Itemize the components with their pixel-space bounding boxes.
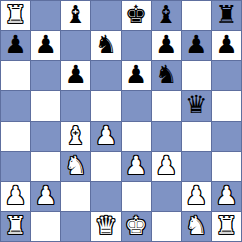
square-g3[interactable]: [182, 152, 211, 181]
piece-white-bishop: ♝: [65, 123, 87, 148]
square-b8[interactable]: [31, 1, 60, 30]
square-h3[interactable]: [212, 152, 241, 181]
square-d8[interactable]: [91, 1, 120, 30]
square-b6[interactable]: [31, 61, 60, 90]
square-f3[interactable]: ♟: [152, 152, 181, 181]
square-b4[interactable]: [31, 122, 60, 151]
square-g4[interactable]: [182, 122, 211, 151]
square-e2[interactable]: [122, 182, 151, 211]
square-f7[interactable]: ♟: [152, 31, 181, 60]
square-d3[interactable]: [91, 152, 120, 181]
square-g5[interactable]: ♛: [182, 91, 211, 120]
square-g7[interactable]: ♟: [182, 31, 211, 60]
square-c2[interactable]: [61, 182, 90, 211]
piece-white-rook: ♜: [215, 213, 237, 238]
square-h6[interactable]: [212, 61, 241, 90]
square-f8[interactable]: ♝: [152, 1, 181, 30]
piece-white-pawn: ♟: [155, 153, 177, 178]
piece-white-rook: ♜: [4, 213, 26, 238]
square-c7[interactable]: [61, 31, 90, 60]
piece-black-bishop: ♝: [65, 2, 87, 27]
square-b5[interactable]: [31, 91, 60, 120]
square-h4[interactable]: [212, 122, 241, 151]
square-f5[interactable]: [152, 91, 181, 120]
square-g1[interactable]: ♞: [182, 212, 211, 241]
square-c5[interactable]: [61, 91, 90, 120]
square-e6[interactable]: ♟: [122, 61, 151, 90]
piece-black-pawn: ♟: [215, 32, 237, 57]
piece-black-pawn: ♟: [125, 62, 147, 87]
square-b7[interactable]: ♟: [31, 31, 60, 60]
square-d2[interactable]: [91, 182, 120, 211]
piece-black-knight: ♞: [155, 62, 177, 87]
square-c8[interactable]: ♝: [61, 1, 90, 30]
square-a4[interactable]: [1, 122, 30, 151]
square-b3[interactable]: [31, 152, 60, 181]
square-f4[interactable]: [152, 122, 181, 151]
piece-white-knight: ♞: [185, 213, 207, 238]
square-d6[interactable]: [91, 61, 120, 90]
square-a5[interactable]: [1, 91, 30, 120]
piece-black-pawn: ♟: [34, 32, 56, 57]
square-g8[interactable]: [182, 1, 211, 30]
square-g2[interactable]: ♟: [182, 182, 211, 211]
square-a2[interactable]: ♟: [1, 182, 30, 211]
square-a3[interactable]: [1, 152, 30, 181]
square-f2[interactable]: [152, 182, 181, 211]
square-d1[interactable]: ♛: [91, 212, 120, 241]
piece-black-pawn: ♟: [155, 32, 177, 57]
piece-black-bishop: ♝: [155, 2, 177, 27]
square-e3[interactable]: ♟: [122, 152, 151, 181]
square-e5[interactable]: [122, 91, 151, 120]
square-c1[interactable]: [61, 212, 90, 241]
square-h1[interactable]: ♜: [212, 212, 241, 241]
piece-white-pawn: ♟: [125, 153, 147, 178]
piece-black-pawn: ♟: [65, 62, 87, 87]
piece-black-queen: ♛: [185, 92, 207, 117]
square-f1[interactable]: [152, 212, 181, 241]
square-e1[interactable]: ♚: [122, 212, 151, 241]
piece-white-knight: ♞: [65, 153, 87, 178]
piece-white-pawn: ♟: [34, 183, 56, 208]
square-c4[interactable]: ♝: [61, 122, 90, 151]
piece-black-king: ♚: [125, 2, 147, 27]
piece-white-pawn: ♟: [95, 123, 117, 148]
piece-black-rook: ♜: [215, 2, 237, 27]
piece-black-pawn: ♟: [4, 32, 26, 57]
square-d7[interactable]: ♞: [91, 31, 120, 60]
piece-white-king: ♚: [125, 213, 147, 238]
square-h8[interactable]: ♜: [212, 1, 241, 30]
square-d4[interactable]: ♟: [91, 122, 120, 151]
square-a6[interactable]: [1, 61, 30, 90]
square-b1[interactable]: [31, 212, 60, 241]
square-h7[interactable]: ♟: [212, 31, 241, 60]
piece-white-queen: ♛: [95, 213, 117, 238]
piece-white-pawn: ♟: [185, 183, 207, 208]
piece-white-pawn: ♟: [215, 183, 237, 208]
piece-white-pawn: ♟: [4, 183, 26, 208]
square-f6[interactable]: ♞: [152, 61, 181, 90]
square-g6[interactable]: [182, 61, 211, 90]
piece-black-knight: ♞: [95, 32, 117, 57]
square-c6[interactable]: ♟: [61, 61, 90, 90]
square-d5[interactable]: [91, 91, 120, 120]
piece-black-pawn: ♟: [185, 32, 207, 57]
square-a8[interactable]: ♜: [1, 1, 30, 30]
square-a7[interactable]: ♟: [1, 31, 30, 60]
square-a1[interactable]: ♜: [1, 212, 30, 241]
square-e7[interactable]: [122, 31, 151, 60]
square-b2[interactable]: ♟: [31, 182, 60, 211]
piece-white-rook: ♜: [4, 2, 26, 27]
chess-board: ♜♝♚♝♜♟♟♞♟♟♟♟♟♞♛♝♟♞♟♟♟♟♟♟♜♛♚♞♜: [0, 0, 242, 242]
square-e8[interactable]: ♚: [122, 1, 151, 30]
square-e4[interactable]: [122, 122, 151, 151]
square-h2[interactable]: ♟: [212, 182, 241, 211]
square-h5[interactable]: [212, 91, 241, 120]
square-c3[interactable]: ♞: [61, 152, 90, 181]
